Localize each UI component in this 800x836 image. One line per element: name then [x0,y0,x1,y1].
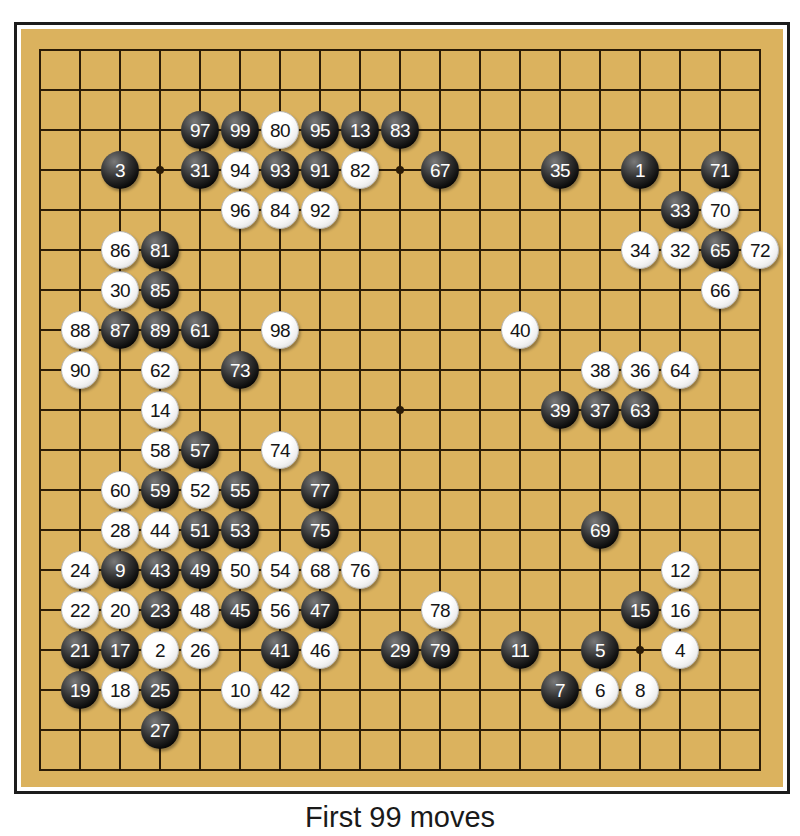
stone-black-47: 47 [301,591,339,629]
stone-black-3: 3 [101,151,139,189]
stone-white-78: 78 [421,591,459,629]
stone-black-19: 19 [61,671,99,709]
stone-black-9: 9 [101,551,139,589]
stone-black-17: 17 [101,631,139,669]
star-point [396,166,404,174]
stone-white-14: 14 [141,391,179,429]
go-diagram-page: 1234567891011121314151617181920212223242… [0,0,800,836]
stone-white-36: 36 [621,351,659,389]
stone-white-90: 90 [61,351,99,389]
stone-white-22: 22 [61,591,99,629]
stone-white-34: 34 [621,231,659,269]
stone-white-26: 26 [181,631,219,669]
stone-black-69: 69 [581,511,619,549]
stone-white-56: 56 [261,591,299,629]
stone-white-92: 92 [301,191,339,229]
stone-white-18: 18 [101,671,139,709]
stone-white-68: 68 [301,551,339,589]
stone-black-61: 61 [181,311,219,349]
stone-black-53: 53 [221,511,259,549]
stone-black-7: 7 [541,671,579,709]
diagram-caption: First 99 moves [0,801,800,834]
stone-black-37: 37 [581,391,619,429]
star-point [156,166,164,174]
stone-black-93: 93 [261,151,299,189]
stone-white-54: 54 [261,551,299,589]
stone-black-29: 29 [381,631,419,669]
stone-white-8: 8 [621,671,659,709]
stone-white-64: 64 [661,351,699,389]
grid-line-vertical [479,49,481,771]
grid-line-horizontal [39,769,761,771]
stone-black-71: 71 [701,151,739,189]
stone-black-99: 99 [221,111,259,149]
stone-white-4: 4 [661,631,699,669]
stone-black-95: 95 [301,111,339,149]
stone-white-48: 48 [181,591,219,629]
stone-black-35: 35 [541,151,579,189]
stone-black-33: 33 [661,191,699,229]
stone-white-10: 10 [221,671,259,709]
stone-white-74: 74 [261,431,299,469]
stone-black-91: 91 [301,151,339,189]
stone-black-51: 51 [181,511,219,549]
stone-white-30: 30 [101,271,139,309]
stone-white-52: 52 [181,471,219,509]
stone-white-6: 6 [581,671,619,709]
star-point [396,406,404,414]
stone-black-79: 79 [421,631,459,669]
grid-line-vertical [759,49,761,771]
stone-black-57: 57 [181,431,219,469]
stone-white-42: 42 [261,671,299,709]
stone-white-62: 62 [141,351,179,389]
stone-white-12: 12 [661,551,699,589]
stone-black-77: 77 [301,471,339,509]
stone-black-87: 87 [101,311,139,349]
stone-white-80: 80 [261,111,299,149]
stone-white-86: 86 [101,231,139,269]
star-point [636,646,644,654]
stone-black-49: 49 [181,551,219,589]
stone-black-97: 97 [181,111,219,149]
stone-white-24: 24 [61,551,99,589]
stone-black-65: 65 [701,231,739,269]
stone-black-41: 41 [261,631,299,669]
stone-black-1: 1 [621,151,659,189]
stone-white-28: 28 [101,511,139,549]
stone-white-72: 72 [741,231,779,269]
stone-black-83: 83 [381,111,419,149]
stone-black-23: 23 [141,591,179,629]
stone-black-59: 59 [141,471,179,509]
stone-black-67: 67 [421,151,459,189]
stone-white-50: 50 [221,551,259,589]
goban: 1234567891011121314151617181920212223242… [21,29,783,787]
stone-white-84: 84 [261,191,299,229]
stone-white-16: 16 [661,591,699,629]
stone-white-66: 66 [701,271,739,309]
stone-black-45: 45 [221,591,259,629]
stone-white-2: 2 [141,631,179,669]
stone-white-82: 82 [341,151,379,189]
stone-black-27: 27 [141,711,179,749]
board-frame: 1234567891011121314151617181920212223242… [14,22,790,794]
stone-black-81: 81 [141,231,179,269]
stone-white-40: 40 [501,311,539,349]
stone-black-31: 31 [181,151,219,189]
stone-white-60: 60 [101,471,139,509]
stone-black-15: 15 [621,591,659,629]
stone-white-32: 32 [661,231,699,269]
stone-black-73: 73 [221,351,259,389]
stone-black-55: 55 [221,471,259,509]
stone-white-88: 88 [61,311,99,349]
stone-black-39: 39 [541,391,579,429]
stone-black-11: 11 [501,631,539,669]
stone-white-46: 46 [301,631,339,669]
stone-black-43: 43 [141,551,179,589]
stone-black-13: 13 [341,111,379,149]
stone-white-20: 20 [101,591,139,629]
stone-white-44: 44 [141,511,179,549]
stone-black-75: 75 [301,511,339,549]
stone-white-76: 76 [341,551,379,589]
stone-white-58: 58 [141,431,179,469]
stone-white-98: 98 [261,311,299,349]
stone-white-96: 96 [221,191,259,229]
stone-white-70: 70 [701,191,739,229]
stone-white-38: 38 [581,351,619,389]
stone-white-94: 94 [221,151,259,189]
stone-black-63: 63 [621,391,659,429]
stone-black-21: 21 [61,631,99,669]
stone-black-85: 85 [141,271,179,309]
stone-black-5: 5 [581,631,619,669]
stone-black-25: 25 [141,671,179,709]
stone-black-89: 89 [141,311,179,349]
